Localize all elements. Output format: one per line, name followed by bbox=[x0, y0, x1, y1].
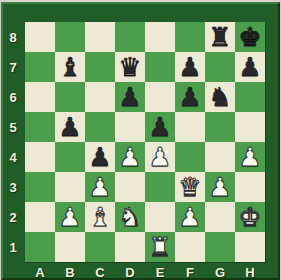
rank-label-2: 2 bbox=[3, 202, 23, 232]
piece-black-bishop: ♝ bbox=[55, 52, 85, 82]
square-c7[interactable] bbox=[85, 52, 115, 82]
square-h5[interactable] bbox=[235, 112, 265, 142]
rank-label-7: 7 bbox=[3, 52, 23, 82]
square-b5[interactable]: ♟ bbox=[55, 112, 85, 142]
square-g4[interactable] bbox=[205, 142, 235, 172]
square-f7[interactable]: ♟ bbox=[175, 52, 205, 82]
square-a8[interactable] bbox=[25, 22, 55, 52]
square-b1[interactable] bbox=[55, 232, 85, 262]
piece-white-pawn: ♟ bbox=[205, 172, 235, 202]
square-d4[interactable]: ♟ bbox=[115, 142, 145, 172]
square-d8[interactable] bbox=[115, 22, 145, 52]
file-label-h: H bbox=[235, 262, 265, 280]
file-label-a: A bbox=[25, 262, 55, 280]
square-a7[interactable] bbox=[25, 52, 55, 82]
piece-black-knight: ♞ bbox=[205, 82, 235, 112]
square-b3[interactable] bbox=[55, 172, 85, 202]
square-f8[interactable] bbox=[175, 22, 205, 52]
square-h6[interactable] bbox=[235, 82, 265, 112]
square-f5[interactable] bbox=[175, 112, 205, 142]
file-label-b: B bbox=[55, 262, 85, 280]
chess-app-window: 87654321 ♜♚♝♛♟♟♟♟♞♟♟♟♟♟♟♟♛♟♟♝♞♟♚♜ ABCDEF… bbox=[0, 0, 281, 280]
square-h2[interactable]: ♚ bbox=[235, 202, 265, 232]
rank-label-8: 8 bbox=[3, 22, 23, 52]
piece-black-pawn: ♟ bbox=[235, 52, 265, 82]
square-c6[interactable] bbox=[85, 82, 115, 112]
square-b2[interactable]: ♟ bbox=[55, 202, 85, 232]
piece-white-queen: ♛ bbox=[175, 172, 205, 202]
square-f6[interactable]: ♟ bbox=[175, 82, 205, 112]
square-g5[interactable] bbox=[205, 112, 235, 142]
chess-board-frame: 87654321 ♜♚♝♛♟♟♟♟♞♟♟♟♟♟♟♟♛♟♟♝♞♟♚♜ ABCDEF… bbox=[1, 2, 280, 280]
square-a1[interactable] bbox=[25, 232, 55, 262]
square-f4[interactable] bbox=[175, 142, 205, 172]
piece-white-rook: ♜ bbox=[145, 232, 175, 262]
piece-white-knight: ♞ bbox=[115, 202, 145, 232]
square-d5[interactable] bbox=[115, 112, 145, 142]
square-e6[interactable] bbox=[145, 82, 175, 112]
rank-label-4: 4 bbox=[3, 142, 23, 172]
square-e4[interactable]: ♟ bbox=[145, 142, 175, 172]
file-label-f: F bbox=[175, 262, 205, 280]
piece-black-queen: ♛ bbox=[115, 52, 145, 82]
square-g1[interactable] bbox=[205, 232, 235, 262]
square-f1[interactable] bbox=[175, 232, 205, 262]
square-b7[interactable]: ♝ bbox=[55, 52, 85, 82]
square-h1[interactable] bbox=[235, 232, 265, 262]
square-f2[interactable]: ♟ bbox=[175, 202, 205, 232]
square-c1[interactable] bbox=[85, 232, 115, 262]
square-c5[interactable] bbox=[85, 112, 115, 142]
piece-black-pawn: ♟ bbox=[55, 112, 85, 142]
square-e3[interactable] bbox=[145, 172, 175, 202]
square-a3[interactable] bbox=[25, 172, 55, 202]
square-a4[interactable] bbox=[25, 142, 55, 172]
piece-black-king: ♚ bbox=[235, 22, 265, 52]
square-c4[interactable]: ♟ bbox=[85, 142, 115, 172]
square-g3[interactable]: ♟ bbox=[205, 172, 235, 202]
piece-white-pawn: ♟ bbox=[145, 142, 175, 172]
piece-white-pawn: ♟ bbox=[115, 142, 145, 172]
file-label-e: E bbox=[145, 262, 175, 280]
file-labels: ABCDEFGH bbox=[25, 262, 265, 280]
chess-board: ♜♚♝♛♟♟♟♟♞♟♟♟♟♟♟♟♛♟♟♝♞♟♚♜ bbox=[25, 22, 265, 262]
square-g6[interactable]: ♞ bbox=[205, 82, 235, 112]
piece-white-pawn: ♟ bbox=[85, 172, 115, 202]
piece-black-rook: ♜ bbox=[205, 22, 235, 52]
file-label-d: D bbox=[115, 262, 145, 280]
square-c2[interactable]: ♝ bbox=[85, 202, 115, 232]
square-d3[interactable] bbox=[115, 172, 145, 202]
piece-black-pawn: ♟ bbox=[115, 82, 145, 112]
piece-black-pawn: ♟ bbox=[175, 52, 205, 82]
square-b8[interactable] bbox=[55, 22, 85, 52]
square-g8[interactable]: ♜ bbox=[205, 22, 235, 52]
rank-labels: 87654321 bbox=[3, 22, 25, 262]
rank-label-5: 5 bbox=[3, 112, 23, 142]
square-e8[interactable] bbox=[145, 22, 175, 52]
piece-black-pawn: ♟ bbox=[175, 82, 205, 112]
rank-label-3: 3 bbox=[3, 172, 23, 202]
square-h7[interactable]: ♟ bbox=[235, 52, 265, 82]
square-b4[interactable] bbox=[55, 142, 85, 172]
square-d7[interactable]: ♛ bbox=[115, 52, 145, 82]
rank-label-6: 6 bbox=[3, 82, 23, 112]
square-g2[interactable] bbox=[205, 202, 235, 232]
square-a5[interactable] bbox=[25, 112, 55, 142]
square-e5[interactable]: ♟ bbox=[145, 112, 175, 142]
piece-white-pawn: ♟ bbox=[175, 202, 205, 232]
piece-black-pawn: ♟ bbox=[145, 112, 175, 142]
piece-white-pawn: ♟ bbox=[235, 142, 265, 172]
square-h8[interactable]: ♚ bbox=[235, 22, 265, 52]
square-e1[interactable]: ♜ bbox=[145, 232, 175, 262]
piece-white-king: ♚ bbox=[235, 202, 265, 232]
square-e7[interactable] bbox=[145, 52, 175, 82]
square-a2[interactable] bbox=[25, 202, 55, 232]
square-h4[interactable]: ♟ bbox=[235, 142, 265, 172]
square-h3[interactable] bbox=[235, 172, 265, 202]
square-d2[interactable]: ♞ bbox=[115, 202, 145, 232]
square-a6[interactable] bbox=[25, 82, 55, 112]
square-c3[interactable]: ♟ bbox=[85, 172, 115, 202]
piece-white-pawn: ♟ bbox=[55, 202, 85, 232]
file-label-g: G bbox=[205, 262, 235, 280]
square-e2[interactable] bbox=[145, 202, 175, 232]
square-c8[interactable] bbox=[85, 22, 115, 52]
square-b6[interactable] bbox=[55, 82, 85, 112]
square-d1[interactable] bbox=[115, 232, 145, 262]
file-label-c: C bbox=[85, 262, 115, 280]
square-g7[interactable] bbox=[205, 52, 235, 82]
piece-black-pawn: ♟ bbox=[85, 142, 115, 172]
square-d6[interactable]: ♟ bbox=[115, 82, 145, 112]
square-f3[interactable]: ♛ bbox=[175, 172, 205, 202]
piece-white-bishop: ♝ bbox=[85, 202, 115, 232]
rank-label-1: 1 bbox=[3, 232, 23, 262]
